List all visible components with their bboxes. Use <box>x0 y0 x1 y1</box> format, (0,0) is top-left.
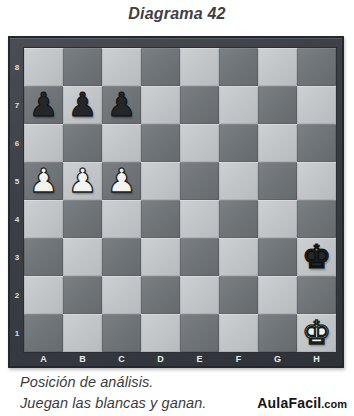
square-f4[interactable] <box>219 200 258 238</box>
square-a7[interactable]: ♟ <box>24 86 63 124</box>
caption-line-2: Juegan las blancas y ganan. <box>20 393 207 414</box>
file-label-f: F <box>219 352 258 366</box>
white-king[interactable]: ♚ <box>302 316 332 349</box>
square-f6[interactable] <box>219 124 258 162</box>
square-c1[interactable] <box>102 314 141 352</box>
black-pawn[interactable]: ♟ <box>107 88 137 121</box>
square-h1[interactable]: ♚ <box>297 314 336 352</box>
square-f8[interactable] <box>219 48 258 86</box>
square-h8[interactable] <box>297 48 336 86</box>
file-label-e: E <box>180 352 219 366</box>
square-c8[interactable] <box>102 48 141 86</box>
black-king[interactable]: ♚ <box>302 240 332 273</box>
square-b4[interactable] <box>63 200 102 238</box>
square-e8[interactable] <box>180 48 219 86</box>
square-h7[interactable] <box>297 86 336 124</box>
rank-label-7: 7 <box>10 86 24 124</box>
square-f5[interactable] <box>219 162 258 200</box>
square-h2[interactable] <box>297 276 336 314</box>
square-b8[interactable] <box>63 48 102 86</box>
square-g1[interactable] <box>258 314 297 352</box>
square-c7[interactable]: ♟ <box>102 86 141 124</box>
square-d3[interactable] <box>141 238 180 276</box>
square-c4[interactable] <box>102 200 141 238</box>
board-grid[interactable]: ♟♟♟♟♟♟♚♚ <box>24 48 336 352</box>
square-g4[interactable] <box>258 200 297 238</box>
rank-label-5: 5 <box>10 162 24 200</box>
square-f1[interactable] <box>219 314 258 352</box>
square-d1[interactable] <box>141 314 180 352</box>
square-c3[interactable] <box>102 238 141 276</box>
square-a1[interactable] <box>24 314 63 352</box>
square-d8[interactable] <box>141 48 180 86</box>
square-g8[interactable] <box>258 48 297 86</box>
square-e5[interactable] <box>180 162 219 200</box>
white-pawn[interactable]: ♟ <box>68 164 98 197</box>
square-c2[interactable] <box>102 276 141 314</box>
file-labels: ABCDEFGH <box>24 352 336 366</box>
brand-tld: .com <box>321 398 347 410</box>
square-a6[interactable] <box>24 124 63 162</box>
square-e3[interactable] <box>180 238 219 276</box>
square-f2[interactable] <box>219 276 258 314</box>
square-d7[interactable] <box>141 86 180 124</box>
rank-label-4: 4 <box>10 200 24 238</box>
square-b6[interactable] <box>63 124 102 162</box>
square-g5[interactable] <box>258 162 297 200</box>
square-c5[interactable]: ♟ <box>102 162 141 200</box>
white-pawn[interactable]: ♟ <box>29 164 59 197</box>
square-e2[interactable] <box>180 276 219 314</box>
square-g3[interactable] <box>258 238 297 276</box>
square-h3[interactable]: ♚ <box>297 238 336 276</box>
square-h5[interactable] <box>297 162 336 200</box>
diagram-title: Diagrama 42 <box>0 0 354 31</box>
rank-label-1: 1 <box>10 314 24 352</box>
white-pawn[interactable]: ♟ <box>107 164 137 197</box>
brand-name: AulaFacil <box>257 395 321 411</box>
black-pawn[interactable]: ♟ <box>29 88 59 121</box>
rank-label-2: 2 <box>10 276 24 314</box>
square-d2[interactable] <box>141 276 180 314</box>
page: Diagrama 42 87654321 ♟♟♟♟♟♟♚♚ ABCDEFGH P… <box>0 0 354 416</box>
square-h6[interactable] <box>297 124 336 162</box>
square-b1[interactable] <box>63 314 102 352</box>
square-g7[interactable] <box>258 86 297 124</box>
square-e1[interactable] <box>180 314 219 352</box>
square-b7[interactable]: ♟ <box>63 86 102 124</box>
rank-label-3: 3 <box>10 238 24 276</box>
file-label-c: C <box>102 352 141 366</box>
file-label-a: A <box>24 352 63 366</box>
square-e6[interactable] <box>180 124 219 162</box>
square-h4[interactable] <box>297 200 336 238</box>
square-g2[interactable] <box>258 276 297 314</box>
file-label-g: G <box>258 352 297 366</box>
square-d6[interactable] <box>141 124 180 162</box>
caption-line-1: Posición de análisis. <box>20 372 207 393</box>
square-e4[interactable] <box>180 200 219 238</box>
square-a2[interactable] <box>24 276 63 314</box>
square-f7[interactable] <box>219 86 258 124</box>
square-d4[interactable] <box>141 200 180 238</box>
square-a4[interactable] <box>24 200 63 238</box>
square-b3[interactable] <box>63 238 102 276</box>
square-e7[interactable] <box>180 86 219 124</box>
square-b5[interactable]: ♟ <box>63 162 102 200</box>
rank-label-8: 8 <box>10 48 24 86</box>
file-label-h: H <box>297 352 336 366</box>
chess-board-frame: 87654321 ♟♟♟♟♟♟♚♚ ABCDEFGH <box>8 36 344 368</box>
caption: Posición de análisis. Juegan las blancas… <box>20 372 207 414</box>
square-b2[interactable] <box>63 276 102 314</box>
square-f3[interactable] <box>219 238 258 276</box>
square-a8[interactable] <box>24 48 63 86</box>
square-a5[interactable]: ♟ <box>24 162 63 200</box>
rank-labels: 87654321 <box>10 48 24 352</box>
rank-label-6: 6 <box>10 124 24 162</box>
square-g6[interactable] <box>258 124 297 162</box>
branding-logo: AulaFacil.com <box>257 394 347 412</box>
square-d5[interactable] <box>141 162 180 200</box>
square-c6[interactable] <box>102 124 141 162</box>
file-label-b: B <box>63 352 102 366</box>
square-a3[interactable] <box>24 238 63 276</box>
black-pawn[interactable]: ♟ <box>68 88 98 121</box>
file-label-d: D <box>141 352 180 366</box>
